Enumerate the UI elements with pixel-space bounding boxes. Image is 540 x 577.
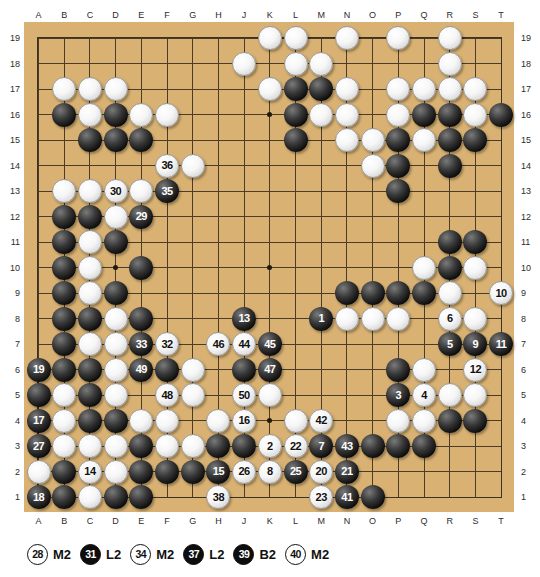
- move-number-label: 17: [33, 415, 44, 426]
- stone-e8: [129, 307, 153, 331]
- stone-b8: [52, 307, 76, 331]
- stone-b13: [52, 179, 76, 203]
- column-label-bottom: B: [55, 516, 73, 526]
- column-label-bottom: D: [107, 516, 125, 526]
- row-label-right: 19: [521, 33, 539, 43]
- row-label-right: 8: [521, 314, 539, 324]
- column-label-bottom: K: [261, 516, 279, 526]
- stone-r16: [438, 103, 462, 127]
- stone-d3: [104, 434, 128, 458]
- stone-c2: 14: [78, 460, 102, 484]
- column-label-bottom: Q: [415, 516, 433, 526]
- stone-m3: 7: [309, 434, 333, 458]
- move-number-label: 36: [161, 160, 172, 171]
- stone-o14: [361, 154, 385, 178]
- stone-d2: [104, 460, 128, 484]
- move-number-label: 45: [264, 339, 275, 350]
- column-label-bottom: E: [132, 516, 150, 526]
- row-label-left: 2: [2, 467, 20, 477]
- stone-b11: [52, 230, 76, 254]
- stone-a1: 18: [27, 485, 51, 509]
- stone-n1: 41: [335, 485, 359, 509]
- stone-l16: [284, 103, 308, 127]
- row-label-left: 4: [2, 416, 20, 426]
- stone-g2: [181, 460, 205, 484]
- stone-r14: [438, 154, 462, 178]
- move-number-label: 35: [161, 186, 172, 197]
- stone-p16: [386, 103, 410, 127]
- row-label-left: 8: [2, 314, 20, 324]
- move-number-label: 43: [341, 441, 352, 452]
- stone-b7: [52, 332, 76, 356]
- column-label-top: G: [184, 10, 202, 20]
- stone-l19: [284, 26, 308, 50]
- move-number-label: 6: [447, 313, 453, 324]
- move-number-label: 26: [238, 466, 249, 477]
- move-number-label: 9: [473, 339, 479, 350]
- stone-c9: [78, 281, 102, 305]
- move-number-label: 49: [136, 364, 147, 375]
- row-label-left: 17: [2, 84, 20, 94]
- row-label-left: 15: [2, 135, 20, 145]
- move-number-label: 41: [341, 492, 352, 503]
- move-caption: 28M231L234M237L239B240M2: [27, 542, 338, 566]
- stone-f13: 35: [155, 179, 179, 203]
- stone-m2: 20: [309, 460, 333, 484]
- row-label-left: 7: [2, 339, 20, 349]
- stone-n19: [335, 26, 359, 50]
- column-label-top: E: [132, 10, 150, 20]
- stone-c17: [78, 77, 102, 101]
- stone-n8: [335, 307, 359, 331]
- column-label-top: R: [441, 10, 459, 20]
- row-label-right: 14: [521, 161, 539, 171]
- stone-b2: [52, 460, 76, 484]
- move-number-label: 47: [264, 364, 275, 375]
- move-number-label: 21: [341, 466, 352, 477]
- stone-o3: [361, 434, 385, 458]
- caption-move: 31L2: [80, 544, 121, 565]
- row-label-left: 16: [2, 110, 20, 120]
- row-label-right: 11: [521, 237, 539, 247]
- caption-move-number: 37: [188, 549, 199, 560]
- caption-move-number: 34: [135, 549, 146, 560]
- stone-f3: [155, 434, 179, 458]
- stone-c3: [78, 434, 102, 458]
- move-number-label: 8: [267, 466, 273, 477]
- move-number-label: 25: [290, 466, 301, 477]
- stone-q10: [412, 256, 436, 280]
- column-label-bottom: P: [389, 516, 407, 526]
- stone-k5: [258, 383, 282, 407]
- stone-j4: 16: [232, 409, 256, 433]
- column-label-bottom: C: [81, 516, 99, 526]
- stone-q3: [412, 434, 436, 458]
- row-label-right: 12: [521, 212, 539, 222]
- stone-l3: 22: [284, 434, 308, 458]
- row-label-right: 5: [521, 390, 539, 400]
- stone-n15: [335, 128, 359, 152]
- move-number-label: 13: [238, 313, 249, 324]
- stone-j6: [232, 358, 256, 382]
- row-label-left: 19: [2, 33, 20, 43]
- stone-a3: 27: [27, 434, 51, 458]
- row-label-left: 5: [2, 390, 20, 400]
- stone-k17: [258, 77, 282, 101]
- stone-r4: [438, 409, 462, 433]
- column-label-top: P: [389, 10, 407, 20]
- caption-move: 40M2: [285, 544, 329, 565]
- caption-move-number: 31: [85, 549, 96, 560]
- stone-r17: [438, 77, 462, 101]
- row-label-left: 18: [2, 59, 20, 69]
- stone-o1: [361, 485, 385, 509]
- stone-g6: [181, 358, 205, 382]
- stone-e16: [129, 103, 153, 127]
- move-number-label: 33: [136, 339, 147, 350]
- stone-n9: [335, 281, 359, 305]
- stone-b16: [52, 103, 76, 127]
- stone-g3: [181, 434, 205, 458]
- stone-l4: [284, 409, 308, 433]
- go-diagram-page: 3630352910131633324644455911194947124850…: [0, 0, 540, 577]
- move-number-label: 30: [110, 186, 121, 197]
- stone-d8: [104, 307, 128, 331]
- stone-p6: [386, 358, 410, 382]
- row-label-left: 14: [2, 161, 20, 171]
- stone-m16: [309, 103, 333, 127]
- stone-e10: [129, 256, 153, 280]
- caption-move-number: 40: [290, 549, 301, 560]
- stone-d7: [104, 332, 128, 356]
- stone-b6: [52, 358, 76, 382]
- row-label-right: 2: [521, 467, 539, 477]
- row-label-left: 10: [2, 263, 20, 273]
- stone-c16: [78, 103, 102, 127]
- column-label-bottom: O: [364, 516, 382, 526]
- stone-k19: [258, 26, 282, 50]
- column-label-top: N: [338, 10, 356, 20]
- row-label-right: 3: [521, 441, 539, 451]
- column-label-top: D: [107, 10, 125, 20]
- stone-r9: [438, 281, 462, 305]
- stone-a4: 17: [27, 409, 51, 433]
- stone-e12: 29: [129, 205, 153, 229]
- row-label-right: 4: [521, 416, 539, 426]
- stone-j8: 13: [232, 307, 256, 331]
- stone-k3: 2: [258, 434, 282, 458]
- column-label-top: S: [466, 10, 484, 20]
- stone-m8: 1: [309, 307, 333, 331]
- move-number-label: 27: [33, 441, 44, 452]
- stone-q15: [412, 128, 436, 152]
- stone-j18: [232, 52, 256, 76]
- column-label-top: M: [312, 10, 330, 20]
- stone-s16: [463, 103, 487, 127]
- column-label-top: O: [364, 10, 382, 20]
- column-label-bottom: T: [492, 516, 510, 526]
- move-number-label: 11: [496, 339, 507, 350]
- stone-d15: [104, 128, 128, 152]
- stone-l18: [284, 52, 308, 76]
- stone-o15: [361, 128, 385, 152]
- stone-j7: 44: [232, 332, 256, 356]
- column-label-bottom: J: [235, 516, 253, 526]
- stone-d12: [104, 205, 128, 229]
- move-number-label: 46: [213, 339, 224, 350]
- caption-stone-34: 34: [130, 544, 151, 565]
- stone-o8: [361, 307, 385, 331]
- stone-k2: 8: [258, 460, 282, 484]
- stone-p8: [386, 307, 410, 331]
- stone-j5: 50: [232, 383, 256, 407]
- stone-a6: 19: [27, 358, 51, 382]
- stone-m4: 42: [309, 409, 333, 433]
- stone-m18: [309, 52, 333, 76]
- stone-e1: [129, 485, 153, 509]
- stone-q9: [412, 281, 436, 305]
- stone-r8: 6: [438, 307, 462, 331]
- column-label-top: Q: [415, 10, 433, 20]
- stone-e4: [129, 409, 153, 433]
- stone-b3: [52, 434, 76, 458]
- stone-d4: [104, 409, 128, 433]
- stone-r19: [438, 26, 462, 50]
- stone-h4: [206, 409, 230, 433]
- stone-d5: [104, 383, 128, 407]
- caption-move: 37L2: [183, 544, 224, 565]
- caption-move-point: M2: [53, 547, 71, 562]
- stone-j3: [232, 434, 256, 458]
- move-number-label: 2: [267, 441, 273, 452]
- caption-move-number: 28: [32, 549, 43, 560]
- stone-q17: [412, 77, 436, 101]
- stone-o9: [361, 281, 385, 305]
- move-number-label: 18: [33, 492, 44, 503]
- stone-b9: [52, 281, 76, 305]
- stone-t16: [489, 103, 513, 127]
- stone-q4: [412, 409, 436, 433]
- caption-stone-39: 39: [233, 544, 254, 565]
- move-number-label: 5: [447, 339, 453, 350]
- column-label-bottom: A: [30, 516, 48, 526]
- stone-e2: [129, 460, 153, 484]
- stone-f4: [155, 409, 179, 433]
- move-number-label: 3: [395, 390, 401, 401]
- column-label-top: K: [261, 10, 279, 20]
- move-number-label: 16: [238, 415, 249, 426]
- stone-j2: 26: [232, 460, 256, 484]
- row-label-left: 3: [2, 441, 20, 451]
- stone-s4: [463, 409, 487, 433]
- row-label-right: 16: [521, 110, 539, 120]
- move-number-label: 12: [470, 364, 481, 375]
- move-number-label: 10: [495, 288, 506, 299]
- goban: 3630352910131633324644455911194947124850…: [24, 22, 514, 512]
- stone-a5: [27, 383, 51, 407]
- stone-s10: [463, 256, 487, 280]
- move-number-label: 38: [213, 492, 224, 503]
- stone-c12: [78, 205, 102, 229]
- stone-c11: [78, 230, 102, 254]
- stone-h2: 15: [206, 460, 230, 484]
- stone-f6: [155, 358, 179, 382]
- stone-d9: [104, 281, 128, 305]
- stone-n3: 43: [335, 434, 359, 458]
- row-label-left: 12: [2, 212, 20, 222]
- column-label-top: B: [55, 10, 73, 20]
- stone-q6: [412, 358, 436, 382]
- stone-c15: [78, 128, 102, 152]
- stone-b5: [52, 383, 76, 407]
- caption-move-point: L2: [106, 547, 121, 562]
- stone-l2: 25: [284, 460, 308, 484]
- stone-b17: [52, 77, 76, 101]
- stone-a2: [27, 460, 51, 484]
- move-number-label: 23: [316, 492, 327, 503]
- row-label-right: 13: [521, 186, 539, 196]
- move-number-label: 44: [238, 339, 249, 350]
- caption-move-point: M2: [156, 547, 174, 562]
- stone-c6: [78, 358, 102, 382]
- move-number-label: 48: [161, 390, 172, 401]
- caption-stone-40: 40: [285, 544, 306, 565]
- stone-c8: [78, 307, 102, 331]
- stone-d17: [104, 77, 128, 101]
- stone-d16: [104, 103, 128, 127]
- stone-b4: [52, 409, 76, 433]
- column-label-bottom: G: [184, 516, 202, 526]
- stone-f5: 48: [155, 383, 179, 407]
- move-number-label: 22: [290, 441, 301, 452]
- stone-n16: [335, 103, 359, 127]
- stone-m17: [309, 77, 333, 101]
- column-label-bottom: H: [209, 516, 227, 526]
- stone-b12: [52, 205, 76, 229]
- move-number-label: 50: [238, 390, 249, 401]
- row-label-right: 7: [521, 339, 539, 349]
- column-label-top: A: [30, 10, 48, 20]
- row-label-right: 6: [521, 365, 539, 375]
- stone-b10: [52, 256, 76, 280]
- move-number-label: 19: [33, 364, 44, 375]
- caption-move: 34M2: [130, 544, 174, 565]
- stone-c4: [78, 409, 102, 433]
- stone-r5: [438, 383, 462, 407]
- stone-d6: [104, 358, 128, 382]
- row-label-right: 1: [521, 492, 539, 502]
- row-label-left: 9: [2, 288, 20, 298]
- stone-e6: 49: [129, 358, 153, 382]
- row-label-right: 9: [521, 288, 539, 298]
- stone-s8: [463, 307, 487, 331]
- stone-f16: [155, 103, 179, 127]
- caption-stone-37: 37: [183, 544, 204, 565]
- caption-move-point: L2: [209, 547, 224, 562]
- stone-m1: 23: [309, 485, 333, 509]
- stone-r10: [438, 256, 462, 280]
- caption-move-point: M2: [311, 547, 329, 562]
- caption-move: 28M2: [27, 544, 71, 565]
- column-label-top: J: [235, 10, 253, 20]
- row-label-right: 10: [521, 263, 539, 273]
- column-label-bottom: M: [312, 516, 330, 526]
- column-label-top: T: [492, 10, 510, 20]
- stone-f2: [155, 460, 179, 484]
- row-label-right: 15: [521, 135, 539, 145]
- stone-d13: 30: [104, 179, 128, 203]
- row-label-left: 6: [2, 365, 20, 375]
- caption-move: 39B2: [233, 544, 276, 565]
- stone-n17: [335, 77, 359, 101]
- stone-f7: 32: [155, 332, 179, 356]
- stone-d1: [104, 485, 128, 509]
- column-label-top: H: [209, 10, 227, 20]
- stone-c7: [78, 332, 102, 356]
- stone-d11: [104, 230, 128, 254]
- stone-k6: 47: [258, 358, 282, 382]
- stone-c5: [78, 383, 102, 407]
- column-label-bottom: N: [338, 516, 356, 526]
- stone-r15: [438, 128, 462, 152]
- move-number-label: 1: [318, 313, 324, 324]
- stone-r7: 5: [438, 332, 462, 356]
- stone-q16: [412, 103, 436, 127]
- stone-c13: [78, 179, 102, 203]
- row-label-left: 1: [2, 492, 20, 502]
- stone-h1: 38: [206, 485, 230, 509]
- stone-p14: [386, 154, 410, 178]
- stone-b1: [52, 485, 76, 509]
- column-label-bottom: L: [287, 516, 305, 526]
- caption-stone-31: 31: [80, 544, 101, 565]
- stone-t9: 10: [489, 281, 513, 305]
- row-label-left: 11: [2, 237, 20, 247]
- move-number-label: 29: [136, 211, 147, 222]
- stone-c1: [78, 485, 102, 509]
- stone-n2: 21: [335, 460, 359, 484]
- stone-g5: [181, 383, 205, 407]
- column-label-bottom: R: [441, 516, 459, 526]
- caption-move-point: B2: [259, 547, 276, 562]
- caption-stone-28: 28: [27, 544, 48, 565]
- stone-f14: 36: [155, 154, 179, 178]
- move-number-label: 32: [161, 339, 172, 350]
- column-label-bottom: F: [158, 516, 176, 526]
- column-label-top: C: [81, 10, 99, 20]
- stone-g14: [181, 154, 205, 178]
- move-number-label: 4: [421, 390, 427, 401]
- caption-move-number: 39: [239, 549, 250, 560]
- stone-q5: 4: [412, 383, 436, 407]
- row-label-right: 18: [521, 59, 539, 69]
- stone-r18: [438, 52, 462, 76]
- row-label-left: 13: [2, 186, 20, 196]
- move-number-label: 15: [213, 466, 224, 477]
- stone-r11: [438, 230, 462, 254]
- stone-l15: [284, 128, 308, 152]
- stone-l17: [284, 77, 308, 101]
- stone-p4: [386, 409, 410, 433]
- stone-k7: 45: [258, 332, 282, 356]
- stone-c10: [78, 256, 102, 280]
- move-number-label: 14: [84, 466, 95, 477]
- move-number-label: 20: [316, 466, 327, 477]
- move-number-label: 7: [318, 441, 324, 452]
- move-number-label: 42: [316, 415, 327, 426]
- stone-s6: 12: [463, 358, 487, 382]
- column-label-bottom: S: [466, 516, 484, 526]
